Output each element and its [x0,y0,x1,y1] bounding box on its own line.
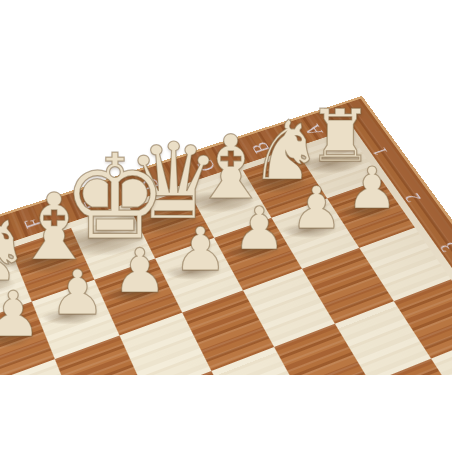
chessboard-product-photo: ABCDEFGH12345678 ♜♞♝♛♚♝♞♟♟♟♟♟♟♟ [0,0,452,452]
photo-crop-mask [0,375,452,452]
